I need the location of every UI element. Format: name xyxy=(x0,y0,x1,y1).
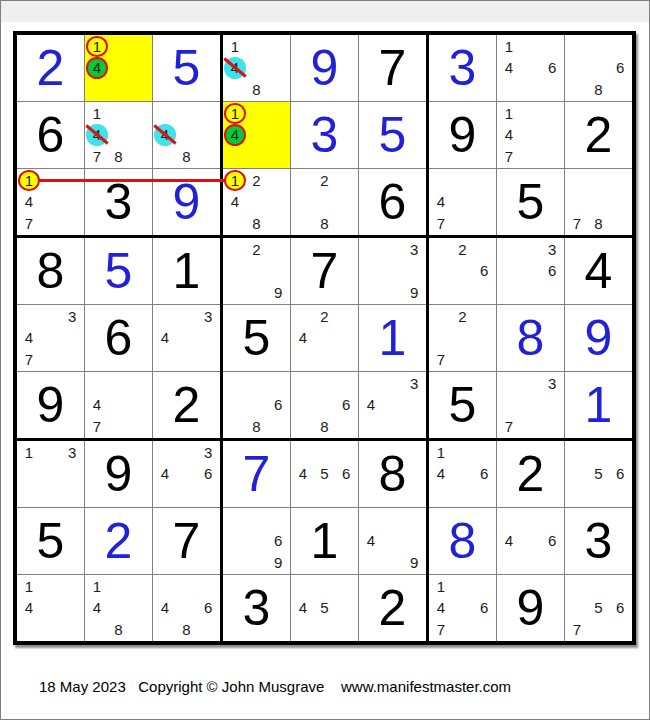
candidates: 47 xyxy=(430,170,495,234)
candidate-4: 4 xyxy=(360,530,382,551)
candidates: 147 xyxy=(498,103,563,167)
candidate-6: 6 xyxy=(267,394,289,415)
cell-r5c4[interactable]: 5 xyxy=(223,305,290,371)
given-digit: 3 xyxy=(243,583,271,633)
cell-r6c8[interactable]: 37 xyxy=(497,372,564,438)
candidates: 78 xyxy=(566,170,631,234)
candidate-7: 7 xyxy=(498,416,520,437)
candidate-1: 1 xyxy=(224,36,246,57)
candidates: 27 xyxy=(430,306,495,370)
candidate-7: 7 xyxy=(566,619,588,640)
cell-r3c7[interactable]: 47 xyxy=(429,169,496,235)
given-digit: 5 xyxy=(37,516,65,566)
candidates: 456 xyxy=(292,442,357,506)
candidate-6: 6 xyxy=(197,463,219,484)
solved-digit: 5 xyxy=(379,110,407,160)
candidate-8: 8 xyxy=(108,146,130,167)
cell-r1c7[interactable]: 3 xyxy=(429,35,496,101)
candidate-6: 6 xyxy=(473,463,495,484)
candidate-1: 1 xyxy=(86,103,108,124)
cell-r9c9[interactable]: 567 xyxy=(565,575,632,641)
box-1: 2145614784814739 xyxy=(17,35,220,235)
box-6: 2636427895371 xyxy=(429,238,632,438)
footer-text: 18 May 2023 Copyright © John Musgrave ww… xyxy=(39,678,511,695)
candidate-1: 1 xyxy=(18,576,40,597)
cell-r1c6[interactable]: 7 xyxy=(359,35,426,101)
candidate-8: 8 xyxy=(314,416,336,437)
given-digit: 5 xyxy=(449,380,477,430)
candidate-6: 6 xyxy=(197,597,219,618)
cell-r9c1[interactable]: 14 xyxy=(17,575,84,641)
candidate-4: 4 xyxy=(18,327,40,348)
candidate-4: 4 xyxy=(292,327,314,348)
candidates: 567 xyxy=(566,576,631,640)
candidate-2: 2 xyxy=(246,239,268,260)
cell-r7c7[interactable]: 146 xyxy=(429,441,496,507)
candidate-7: 7 xyxy=(18,213,40,234)
candidate-7: 7 xyxy=(86,146,108,167)
candidate-4: 4 xyxy=(498,530,520,551)
candidate-1: 1 xyxy=(18,442,40,463)
candidates: 14 xyxy=(224,103,289,167)
candidate-2: 2 xyxy=(452,239,474,260)
cell-r1c5[interactable]: 9 xyxy=(291,35,358,101)
candidates: 346 xyxy=(154,442,219,506)
candidates: 14 xyxy=(18,576,83,640)
candidate-4: 4 xyxy=(18,597,40,618)
cell-r8c4[interactable]: 69 xyxy=(223,508,290,574)
candidates: 29 xyxy=(224,239,289,303)
candidate-5: 5 xyxy=(314,463,336,484)
box-2: 1489714351248286 xyxy=(223,35,426,235)
candidates: 37 xyxy=(498,373,563,437)
candidate-6: 6 xyxy=(335,463,357,484)
candidate-9: 9 xyxy=(267,282,289,303)
candidates: 28 xyxy=(292,170,357,234)
candidates: 34 xyxy=(154,306,219,370)
cell-r4c2[interactable]: 5 xyxy=(85,238,152,304)
candidate-7: 7 xyxy=(86,416,108,437)
candidate-4: 4 xyxy=(430,463,452,484)
candidates: 148 xyxy=(224,36,289,100)
candidate-3: 3 xyxy=(197,306,219,327)
given-digit: 3 xyxy=(105,177,133,227)
candidate-7: 7 xyxy=(566,213,588,234)
candidate-3: 3 xyxy=(403,373,425,394)
candidate-6: 6 xyxy=(541,57,563,78)
solved-digit: 8 xyxy=(517,313,545,363)
candidate-4-cyan-cross: 4 xyxy=(154,124,176,145)
cell-r1c1[interactable]: 2 xyxy=(17,35,84,101)
candidates: 148 xyxy=(86,576,151,640)
given-digit: 6 xyxy=(379,177,407,227)
given-digit: 9 xyxy=(517,583,545,633)
cell-r4c8[interactable]: 36 xyxy=(497,238,564,304)
candidate-7: 7 xyxy=(430,619,452,640)
candidate-1-yellow-ring: 1 xyxy=(18,170,40,191)
sudoku-board: 2145614784814739148971435124828631466891… xyxy=(13,31,636,645)
solved-digit: 7 xyxy=(243,449,271,499)
candidate-6: 6 xyxy=(541,530,563,551)
cell-r8c3[interactable]: 7 xyxy=(153,508,220,574)
candidate-8: 8 xyxy=(176,146,198,167)
candidate-6: 6 xyxy=(609,597,631,618)
page-frame: 2145614784814739148971435124828631466891… xyxy=(0,0,650,720)
given-digit: 5 xyxy=(517,177,545,227)
candidate-1: 1 xyxy=(86,576,108,597)
cell-r3c9[interactable]: 78 xyxy=(565,169,632,235)
solved-digit: 9 xyxy=(311,43,339,93)
given-digit: 9 xyxy=(449,110,477,160)
given-digit: 2 xyxy=(173,380,201,430)
candidates: 56 xyxy=(566,442,631,506)
cell-r5c9[interactable]: 9 xyxy=(565,305,632,371)
cell-r6c3[interactable]: 2 xyxy=(153,372,220,438)
cell-r4c9[interactable]: 4 xyxy=(565,238,632,304)
candidate-4-cyan-cross: 4 xyxy=(86,124,108,145)
candidate-9: 9 xyxy=(267,552,289,573)
candidates: 13 xyxy=(18,442,83,506)
candidate-1-yellow-ring: 1 xyxy=(224,170,246,191)
cell-r9c5[interactable]: 45 xyxy=(291,575,358,641)
cell-r5c3[interactable]: 34 xyxy=(153,305,220,371)
cell-r2c6[interactable]: 5 xyxy=(359,102,426,168)
candidate-9: 9 xyxy=(403,282,425,303)
given-digit: 7 xyxy=(311,246,339,296)
cell-r3c5[interactable]: 28 xyxy=(291,169,358,235)
candidates: 24 xyxy=(292,306,357,370)
candidate-4-green-ring: 4 xyxy=(86,57,108,78)
cell-r5c6[interactable]: 1 xyxy=(359,305,426,371)
candidates: 68 xyxy=(292,373,357,437)
chain-link-line xyxy=(29,179,235,182)
cell-r3c6[interactable]: 6 xyxy=(359,169,426,235)
candidate-1: 1 xyxy=(498,103,520,124)
candidate-4: 4 xyxy=(292,463,314,484)
candidate-4: 4 xyxy=(18,191,40,212)
candidate-3: 3 xyxy=(61,442,83,463)
candidate-8: 8 xyxy=(246,79,268,100)
candidate-4: 4 xyxy=(86,597,108,618)
candidates: 347 xyxy=(18,306,83,370)
cell-r9c7[interactable]: 1467 xyxy=(429,575,496,641)
candidate-8: 8 xyxy=(108,619,130,640)
solved-digit: 3 xyxy=(311,110,339,160)
candidates: 1478 xyxy=(86,103,151,167)
given-digit: 7 xyxy=(379,43,407,93)
box-3: 3146689147247578 xyxy=(429,35,632,235)
given-digit: 6 xyxy=(37,110,65,160)
candidate-6: 6 xyxy=(609,57,631,78)
cell-r8c5[interactable]: 1 xyxy=(291,508,358,574)
cell-r3c4[interactable]: 1248 xyxy=(223,169,290,235)
box-7: 13934652714148468 xyxy=(17,441,220,641)
candidates: 36 xyxy=(498,239,563,303)
candidate-3: 3 xyxy=(541,373,563,394)
given-digit: 1 xyxy=(311,516,339,566)
candidate-1-yellow-ring: 1 xyxy=(86,36,108,57)
cell-r4c4[interactable]: 29 xyxy=(223,238,290,304)
candidate-1: 1 xyxy=(430,576,452,597)
candidate-4: 4 xyxy=(360,394,382,415)
candidates: 49 xyxy=(360,509,425,573)
candidate-7: 7 xyxy=(430,213,452,234)
cell-r2c4[interactable]: 14 xyxy=(223,102,290,168)
cell-r4c3[interactable]: 1 xyxy=(153,238,220,304)
cell-r1c3[interactable]: 5 xyxy=(153,35,220,101)
cell-r7c1[interactable]: 13 xyxy=(17,441,84,507)
candidates: 47 xyxy=(86,373,151,437)
given-digit: 5 xyxy=(243,313,271,363)
cell-r1c4[interactable]: 148 xyxy=(223,35,290,101)
candidate-8: 8 xyxy=(588,213,610,234)
cell-r4c5[interactable]: 7 xyxy=(291,238,358,304)
candidates: 39 xyxy=(360,239,425,303)
candidates: 26 xyxy=(430,239,495,303)
candidate-2: 2 xyxy=(314,170,336,191)
candidates: 468 xyxy=(154,576,219,640)
candidate-4-cyan-cross: 4 xyxy=(224,57,246,78)
candidates: 1467 xyxy=(430,576,495,640)
candidate-4: 4 xyxy=(430,597,452,618)
candidate-4: 4 xyxy=(430,191,452,212)
candidate-4: 4 xyxy=(498,124,520,145)
box-4: 8513476349472 xyxy=(17,238,220,438)
cell-r2c5[interactable]: 3 xyxy=(291,102,358,168)
candidate-8: 8 xyxy=(246,213,268,234)
candidate-4: 4 xyxy=(498,57,520,78)
cell-r3c8[interactable]: 5 xyxy=(497,169,564,235)
candidate-8: 8 xyxy=(588,79,610,100)
given-digit: 2 xyxy=(585,110,613,160)
candidate-1-yellow-ring: 1 xyxy=(224,103,246,124)
candidate-4: 4 xyxy=(154,597,176,618)
cell-r8c2[interactable]: 2 xyxy=(85,508,152,574)
candidate-6: 6 xyxy=(609,463,631,484)
cell-r9c3[interactable]: 468 xyxy=(153,575,220,641)
candidate-4-green-ring: 4 xyxy=(224,124,246,145)
top-band xyxy=(1,1,649,22)
candidate-1: 1 xyxy=(498,36,520,57)
candidate-5: 5 xyxy=(588,597,610,618)
solved-digit: 1 xyxy=(585,380,613,430)
cell-r7c6[interactable]: 8 xyxy=(359,441,426,507)
cell-r6c9[interactable]: 1 xyxy=(565,372,632,438)
candidates: 34 xyxy=(360,373,425,437)
box-8: 74568691493452 xyxy=(223,441,426,641)
candidate-1: 1 xyxy=(430,442,452,463)
cell-r5c5[interactable]: 24 xyxy=(291,305,358,371)
solved-digit: 9 xyxy=(173,177,201,227)
cell-r7c8[interactable]: 2 xyxy=(497,441,564,507)
cell-r1c2[interactable]: 14 xyxy=(85,35,152,101)
candidates: 1248 xyxy=(224,170,289,234)
cell-r2c7[interactable]: 9 xyxy=(429,102,496,168)
cell-r6c7[interactable]: 5 xyxy=(429,372,496,438)
cell-r8c8[interactable]: 46 xyxy=(497,508,564,574)
candidates: 146 xyxy=(430,442,495,506)
cell-r5c2[interactable]: 6 xyxy=(85,305,152,371)
given-digit: 8 xyxy=(379,449,407,499)
candidate-5: 5 xyxy=(588,463,610,484)
solved-digit: 3 xyxy=(449,43,477,93)
candidate-3: 3 xyxy=(541,239,563,260)
candidate-3: 3 xyxy=(403,239,425,260)
candidate-3: 3 xyxy=(197,442,219,463)
solved-digit: 2 xyxy=(37,43,65,93)
cell-r2c1[interactable]: 6 xyxy=(17,102,84,168)
candidate-4: 4 xyxy=(86,394,108,415)
cell-r7c2[interactable]: 9 xyxy=(85,441,152,507)
candidates: 14 xyxy=(86,36,151,100)
cell-r5c8[interactable]: 8 xyxy=(497,305,564,371)
candidate-7: 7 xyxy=(430,349,452,370)
solved-digit: 2 xyxy=(105,516,133,566)
candidate-9: 9 xyxy=(403,552,425,573)
cell-r7c4[interactable]: 7 xyxy=(223,441,290,507)
cell-r9c6[interactable]: 2 xyxy=(359,575,426,641)
box-5: 297395241686834 xyxy=(223,238,426,438)
given-digit: 6 xyxy=(105,313,133,363)
cell-r8c6[interactable]: 49 xyxy=(359,508,426,574)
candidate-6: 6 xyxy=(541,260,563,281)
solved-digit: 1 xyxy=(379,313,407,363)
cell-r2c9[interactable]: 2 xyxy=(565,102,632,168)
cell-r1c8[interactable]: 146 xyxy=(497,35,564,101)
cell-r8c7[interactable]: 8 xyxy=(429,508,496,574)
candidates: 68 xyxy=(224,373,289,437)
candidate-4: 4 xyxy=(292,597,314,618)
cell-r7c3[interactable]: 346 xyxy=(153,441,220,507)
candidate-3: 3 xyxy=(61,306,83,327)
cell-r6c4[interactable]: 68 xyxy=(223,372,290,438)
candidate-4: 4 xyxy=(154,463,176,484)
given-digit: 9 xyxy=(37,380,65,430)
candidate-7: 7 xyxy=(498,146,520,167)
candidate-6: 6 xyxy=(267,530,289,551)
cell-r6c1[interactable]: 9 xyxy=(17,372,84,438)
candidates: 48 xyxy=(154,103,219,167)
cell-r8c1[interactable]: 5 xyxy=(17,508,84,574)
candidate-8: 8 xyxy=(176,619,198,640)
candidate-8: 8 xyxy=(246,416,268,437)
candidate-7: 7 xyxy=(18,349,40,370)
candidate-5: 5 xyxy=(314,597,336,618)
cell-r8c9[interactable]: 3 xyxy=(565,508,632,574)
solved-digit: 8 xyxy=(449,516,477,566)
candidates: 46 xyxy=(498,509,563,573)
cell-r5c1[interactable]: 347 xyxy=(17,305,84,371)
solved-digit: 5 xyxy=(105,246,133,296)
candidates: 68 xyxy=(566,36,631,100)
candidates: 146 xyxy=(498,36,563,100)
cell-r7c9[interactable]: 56 xyxy=(565,441,632,507)
solved-digit: 9 xyxy=(585,313,613,363)
given-digit: 2 xyxy=(379,583,407,633)
cell-r2c3[interactable]: 48 xyxy=(153,102,220,168)
candidate-4: 4 xyxy=(224,191,246,212)
cell-r4c1[interactable]: 8 xyxy=(17,238,84,304)
candidate-6: 6 xyxy=(473,597,495,618)
candidate-2: 2 xyxy=(246,170,268,191)
candidate-2: 2 xyxy=(452,306,474,327)
cell-r7c5[interactable]: 456 xyxy=(291,441,358,507)
cell-r2c2[interactable]: 1478 xyxy=(85,102,152,168)
cell-r4c6[interactable]: 39 xyxy=(359,238,426,304)
cell-r9c4[interactable]: 3 xyxy=(223,575,290,641)
candidate-6: 6 xyxy=(473,260,495,281)
box-9: 146256846314679567 xyxy=(429,441,632,641)
cell-r6c5[interactable]: 68 xyxy=(291,372,358,438)
given-digit: 4 xyxy=(585,246,613,296)
given-digit: 7 xyxy=(173,516,201,566)
cell-r4c7[interactable]: 26 xyxy=(429,238,496,304)
cell-r2c8[interactable]: 147 xyxy=(497,102,564,168)
given-digit: 8 xyxy=(37,246,65,296)
candidates: 69 xyxy=(224,509,289,573)
cell-r6c6[interactable]: 34 xyxy=(359,372,426,438)
given-digit: 2 xyxy=(517,449,545,499)
cell-r1c9[interactable]: 68 xyxy=(565,35,632,101)
candidate-6: 6 xyxy=(335,394,357,415)
cell-r9c2[interactable]: 148 xyxy=(85,575,152,641)
cell-r6c2[interactable]: 47 xyxy=(85,372,152,438)
solved-digit: 5 xyxy=(173,43,201,93)
candidate-4: 4 xyxy=(154,327,176,348)
given-digit: 1 xyxy=(173,246,201,296)
given-digit: 3 xyxy=(585,516,613,566)
candidate-2: 2 xyxy=(314,306,336,327)
candidates: 45 xyxy=(292,576,357,640)
cell-r9c8[interactable]: 9 xyxy=(497,575,564,641)
cell-r5c7[interactable]: 27 xyxy=(429,305,496,371)
candidate-8: 8 xyxy=(314,213,336,234)
given-digit: 9 xyxy=(105,449,133,499)
